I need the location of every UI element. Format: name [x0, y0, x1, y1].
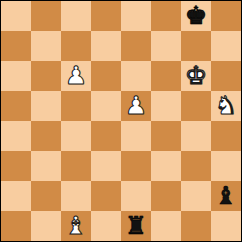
square-d8[interactable]: [91, 1, 121, 31]
square-h1[interactable]: [211, 211, 241, 241]
square-g6[interactable]: ♚: [181, 61, 211, 91]
square-b8[interactable]: [31, 1, 61, 31]
piece-black-rook-e1[interactable]: ♜: [121, 211, 151, 241]
square-a6[interactable]: [1, 61, 31, 91]
square-d4[interactable]: [91, 121, 121, 151]
square-h8[interactable]: [211, 1, 241, 31]
square-c8[interactable]: [61, 1, 91, 31]
square-e5[interactable]: ♟: [121, 91, 151, 121]
square-a4[interactable]: [1, 121, 31, 151]
piece-white-pawn-c6[interactable]: ♟: [61, 61, 91, 91]
square-e1[interactable]: ♜: [121, 211, 151, 241]
chess-board-frame: ♚♟♚♟♞♝♝♜: [0, 0, 242, 242]
square-e7[interactable]: [121, 31, 151, 61]
square-d2[interactable]: [91, 181, 121, 211]
square-c6[interactable]: ♟: [61, 61, 91, 91]
square-h5[interactable]: ♞: [211, 91, 241, 121]
square-b5[interactable]: [31, 91, 61, 121]
square-b3[interactable]: [31, 151, 61, 181]
square-f4[interactable]: [151, 121, 181, 151]
square-f3[interactable]: [151, 151, 181, 181]
square-a3[interactable]: [1, 151, 31, 181]
square-g8[interactable]: ♚: [181, 1, 211, 31]
square-a1[interactable]: [1, 211, 31, 241]
square-b6[interactable]: [31, 61, 61, 91]
square-e2[interactable]: [121, 181, 151, 211]
square-g2[interactable]: [181, 181, 211, 211]
square-h4[interactable]: [211, 121, 241, 151]
square-e4[interactable]: [121, 121, 151, 151]
square-b1[interactable]: [31, 211, 61, 241]
square-b2[interactable]: [31, 181, 61, 211]
square-h7[interactable]: [211, 31, 241, 61]
square-h3[interactable]: [211, 151, 241, 181]
square-a5[interactable]: [1, 91, 31, 121]
square-d1[interactable]: [91, 211, 121, 241]
piece-white-king-g6[interactable]: ♚: [181, 61, 211, 91]
square-f7[interactable]: [151, 31, 181, 61]
square-g5[interactable]: [181, 91, 211, 121]
square-b4[interactable]: [31, 121, 61, 151]
piece-black-bishop-h2[interactable]: ♝: [211, 181, 241, 211]
piece-black-king-g8[interactable]: ♚: [181, 1, 211, 31]
square-d6[interactable]: [91, 61, 121, 91]
chess-board: ♚♟♚♟♞♝♝♜: [1, 1, 241, 241]
square-g7[interactable]: [181, 31, 211, 61]
square-g1[interactable]: [181, 211, 211, 241]
square-f8[interactable]: [151, 1, 181, 31]
square-g4[interactable]: [181, 121, 211, 151]
square-c5[interactable]: [61, 91, 91, 121]
square-f2[interactable]: [151, 181, 181, 211]
square-c7[interactable]: [61, 31, 91, 61]
square-c1[interactable]: ♝: [61, 211, 91, 241]
piece-white-pawn-e5[interactable]: ♟: [121, 91, 151, 121]
square-e8[interactable]: [121, 1, 151, 31]
square-a7[interactable]: [1, 31, 31, 61]
square-e6[interactable]: [121, 61, 151, 91]
square-d7[interactable]: [91, 31, 121, 61]
square-f1[interactable]: [151, 211, 181, 241]
piece-white-knight-h5[interactable]: ♞: [211, 91, 241, 121]
square-e3[interactable]: [121, 151, 151, 181]
square-g3[interactable]: [181, 151, 211, 181]
piece-white-bishop-c1[interactable]: ♝: [61, 211, 91, 241]
square-d3[interactable]: [91, 151, 121, 181]
square-d5[interactable]: [91, 91, 121, 121]
square-c4[interactable]: [61, 121, 91, 151]
square-f6[interactable]: [151, 61, 181, 91]
square-c2[interactable]: [61, 181, 91, 211]
square-f5[interactable]: [151, 91, 181, 121]
square-h2[interactable]: ♝: [211, 181, 241, 211]
square-a2[interactable]: [1, 181, 31, 211]
square-a8[interactable]: [1, 1, 31, 31]
square-c3[interactable]: [61, 151, 91, 181]
square-h6[interactable]: [211, 61, 241, 91]
square-b7[interactable]: [31, 31, 61, 61]
